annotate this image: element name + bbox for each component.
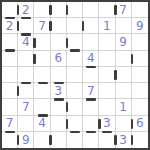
given-digit: 9: [119, 36, 127, 48]
cell-r5c9[interactable]: [132, 67, 148, 83]
given-digit: 2: [22, 4, 30, 16]
cell-r5c1[interactable]: [2, 67, 18, 83]
cell-r6c7[interactable]: [99, 83, 115, 99]
cell-r1c8[interactable]: 7: [116, 2, 132, 18]
cell-r2c7[interactable]: 1: [99, 18, 115, 34]
cell-r5c3[interactable]: [34, 67, 50, 83]
cell-r5c2[interactable]: [18, 67, 34, 83]
cell-r9c5[interactable]: [67, 132, 83, 148]
given-digit: 7: [22, 101, 30, 113]
given-digit: 7: [38, 20, 46, 32]
cell-r2c9[interactable]: 9: [132, 18, 148, 34]
cell-r6c1[interactable]: [2, 83, 18, 99]
cell-r8c9[interactable]: 6: [132, 116, 148, 132]
cell-r8c3[interactable]: 4: [34, 116, 50, 132]
cell-r4c1[interactable]: [2, 51, 18, 67]
cell-r8c6[interactable]: [83, 116, 99, 132]
cell-r9c7[interactable]: [99, 132, 115, 148]
cell-r8c4[interactable]: [51, 116, 67, 132]
given-digit: 9: [136, 20, 144, 32]
cell-r9c2[interactable]: 9: [18, 132, 34, 148]
cell-r6c8[interactable]: [116, 83, 132, 99]
cell-r8c1[interactable]: 7: [2, 116, 18, 132]
cell-r5c4[interactable]: [51, 67, 67, 83]
cell-r7c8[interactable]: 1: [116, 99, 132, 115]
cell-r3c9[interactable]: [132, 34, 148, 50]
cell-r2c6[interactable]: [83, 18, 99, 34]
cell-r7c1[interactable]: [2, 99, 18, 115]
given-digit: 1: [103, 20, 111, 32]
cell-r9c6[interactable]: [83, 132, 99, 148]
cell-r3c3[interactable]: [34, 34, 50, 50]
cell-r2c5[interactable]: [67, 18, 83, 34]
cell-r2c3[interactable]: 7: [34, 18, 50, 34]
cell-r7c9[interactable]: [132, 99, 148, 115]
cell-r4c5[interactable]: [67, 51, 83, 67]
cell-r6c5[interactable]: [67, 83, 83, 99]
cell-r9c3[interactable]: [34, 132, 50, 148]
given-digit: 7: [6, 117, 14, 129]
cell-r3c4[interactable]: [51, 34, 67, 50]
cell-r6c2[interactable]: [18, 83, 34, 99]
given-digit: 4: [87, 52, 95, 64]
cell-r1c1[interactable]: [2, 2, 18, 18]
cell-r9c4[interactable]: [51, 132, 67, 148]
cell-r6c4[interactable]: 3: [51, 83, 67, 99]
cell-r1c9[interactable]: [132, 2, 148, 18]
cell-r3c6[interactable]: [83, 34, 99, 50]
cell-r4c2[interactable]: [18, 51, 34, 67]
cell-r8c2[interactable]: [18, 116, 34, 132]
cell-r5c5[interactable]: [67, 67, 83, 83]
cell-r2c2[interactable]: [18, 18, 34, 34]
cell-r1c6[interactable]: [83, 2, 99, 18]
given-digit: 3: [103, 117, 111, 129]
cell-r5c7[interactable]: [99, 67, 115, 83]
given-digit: 6: [136, 117, 144, 129]
cell-r4c3[interactable]: [34, 51, 50, 67]
puzzle-board: 27271949643771743693: [0, 0, 150, 150]
cell-r6c3[interactable]: [34, 83, 50, 99]
cell-r1c5[interactable]: [67, 2, 83, 18]
given-digit: 6: [54, 52, 62, 64]
given-digit: 7: [87, 85, 95, 97]
cell-r3c7[interactable]: [99, 34, 115, 50]
cell-r4c6[interactable]: 4: [83, 51, 99, 67]
cell-r1c7[interactable]: [99, 2, 115, 18]
cell-r3c5[interactable]: [67, 34, 83, 50]
cell-r9c1[interactable]: [2, 132, 18, 148]
cell-r2c8[interactable]: [116, 18, 132, 34]
cell-r5c6[interactable]: [83, 67, 99, 83]
cell-r3c8[interactable]: 9: [116, 34, 132, 50]
given-digit: 3: [119, 134, 127, 146]
cell-r8c8[interactable]: [116, 116, 132, 132]
cell-r3c1[interactable]: [2, 34, 18, 50]
cell-r2c4[interactable]: [51, 18, 67, 34]
cell-r7c3[interactable]: [34, 99, 50, 115]
cell-r6c9[interactable]: [132, 83, 148, 99]
cell-r8c5[interactable]: [67, 116, 83, 132]
cell-r5c8[interactable]: [116, 67, 132, 83]
given-digit: 1: [119, 101, 127, 113]
cell-r4c9[interactable]: [132, 51, 148, 67]
cell-r9c9[interactable]: [132, 132, 148, 148]
cell-grid: 27271949643771743693: [2, 2, 148, 148]
cell-r7c6[interactable]: [83, 99, 99, 115]
cell-r3c2[interactable]: 4: [18, 34, 34, 50]
cell-r1c4[interactable]: [51, 2, 67, 18]
cell-r4c8[interactable]: [116, 51, 132, 67]
cell-r1c2[interactable]: 2: [18, 2, 34, 18]
cell-r1c3[interactable]: [34, 2, 50, 18]
cell-r6c6[interactable]: 7: [83, 83, 99, 99]
cell-r2c1[interactable]: 2: [2, 18, 18, 34]
cell-r7c4[interactable]: [51, 99, 67, 115]
cell-r4c7[interactable]: [99, 51, 115, 67]
given-digit: 3: [54, 85, 62, 97]
cell-r8c7[interactable]: 3: [99, 116, 115, 132]
cell-r7c5[interactable]: [67, 99, 83, 115]
given-digit: 9: [22, 134, 30, 146]
given-digit: 2: [6, 20, 14, 32]
cell-r9c8[interactable]: 3: [116, 132, 132, 148]
given-digit: 7: [119, 4, 127, 16]
given-digit: 4: [22, 36, 30, 48]
cell-r7c7[interactable]: [99, 99, 115, 115]
cell-r7c2[interactable]: 7: [18, 99, 34, 115]
given-digit: 4: [38, 117, 46, 129]
cell-r4c4[interactable]: 6: [51, 51, 67, 67]
